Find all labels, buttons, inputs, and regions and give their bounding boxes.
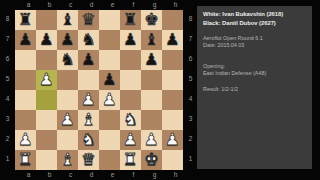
white-pawn-f2: ♟ — [120, 130, 141, 150]
white-pawn-e4: ♟ — [99, 90, 120, 110]
square-f5[interactable] — [120, 70, 141, 90]
square-b4[interactable] — [36, 90, 57, 110]
file-label-b: b — [39, 0, 60, 10]
square-e1[interactable] — [99, 150, 120, 170]
square-b1[interactable] — [36, 150, 57, 170]
black-pawn-c7: ♟ — [57, 30, 78, 50]
white-pawn-a2: ♟ — [15, 130, 36, 150]
rank-labels-left: 87654321 — [1, 10, 14, 170]
rank-label-3: 3 — [1, 110, 14, 130]
black-bishop-c8: ♝ — [57, 10, 78, 30]
square-b8[interactable] — [36, 10, 57, 30]
black-queen-d8: ♛ — [78, 10, 99, 30]
rank-label-7: 7 — [1, 30, 14, 50]
file-label-e: e — [102, 170, 123, 180]
square-g4[interactable] — [141, 90, 162, 110]
square-b2[interactable] — [36, 130, 57, 150]
rank-label-7: 7 — [184, 30, 197, 50]
board: ♜♝♛♜♚♟♟♟♞♟♝♟♞♟♟♟♟♟♟♟♝♞♟♞♟♟♟♜♝♛♜♚ — [15, 10, 183, 170]
square-b5[interactable]: ♟ — [36, 70, 57, 90]
file-labels-top: abcdefgh — [15, 0, 183, 10]
square-e3[interactable] — [99, 110, 120, 130]
square-a6[interactable] — [15, 50, 36, 70]
black-rook-a8: ♜ — [15, 10, 36, 30]
white-pawn-h2: ♟ — [162, 130, 183, 150]
file-label-h: h — [165, 0, 186, 10]
rank-label-3: 3 — [184, 110, 197, 130]
file-label-f: f — [123, 170, 144, 180]
black-player-line: Black: Daniil Dubov (2627) — [203, 19, 308, 28]
square-f2[interactable]: ♟ — [120, 130, 141, 150]
square-a1[interactable]: ♜ — [15, 150, 36, 170]
square-a2[interactable]: ♟ — [15, 130, 36, 150]
rank-label-8: 8 — [1, 10, 14, 30]
square-h5[interactable] — [162, 70, 183, 90]
square-b6[interactable] — [36, 50, 57, 70]
square-d8[interactable]: ♛ — [78, 10, 99, 30]
black-knight-d7: ♞ — [78, 30, 99, 50]
white-pawn-c3: ♟ — [57, 110, 78, 130]
square-e2[interactable] — [99, 130, 120, 150]
square-d5[interactable] — [78, 70, 99, 90]
square-d7[interactable]: ♞ — [78, 30, 99, 50]
date-line: Date: 2015.04.03 — [203, 42, 308, 49]
file-label-d: d — [81, 170, 102, 180]
square-c5[interactable] — [57, 70, 78, 90]
square-c2[interactable] — [57, 130, 78, 150]
file-label-d: d — [81, 0, 102, 10]
white-player-line: White: Ivan Bukavshin (2618) — [203, 10, 308, 19]
game-info-panel: White: Ivan Bukavshin (2618) Black: Dani… — [197, 6, 312, 169]
square-h3[interactable] — [162, 110, 183, 130]
square-a7[interactable]: ♟ — [15, 30, 36, 50]
square-a4[interactable] — [15, 90, 36, 110]
file-label-e: e — [102, 0, 123, 10]
square-h4[interactable] — [162, 90, 183, 110]
square-c1[interactable]: ♝ — [57, 150, 78, 170]
square-h1[interactable] — [162, 150, 183, 170]
rank-label-1: 1 — [184, 150, 197, 170]
rank-label-2: 2 — [1, 130, 14, 150]
square-b7[interactable]: ♟ — [36, 30, 57, 50]
file-label-c: c — [60, 170, 81, 180]
square-d3[interactable]: ♝ — [78, 110, 99, 130]
square-f3[interactable]: ♞ — [120, 110, 141, 130]
square-f8[interactable]: ♜ — [120, 10, 141, 30]
square-d2[interactable]: ♞ — [78, 130, 99, 150]
white-bishop-d3: ♝ — [78, 110, 99, 130]
black-pawn-d6: ♟ — [78, 50, 99, 70]
white-knight-f3: ♞ — [120, 110, 141, 130]
black-pawn-f7: ♟ — [120, 30, 141, 50]
square-d4[interactable]: ♟ — [78, 90, 99, 110]
square-g7[interactable]: ♝ — [141, 30, 162, 50]
file-label-f: f — [123, 0, 144, 10]
white-queen-d1: ♛ — [78, 150, 99, 170]
rank-label-5: 5 — [1, 70, 14, 90]
opening-line: East Indian Defense (A48) — [203, 70, 308, 77]
square-c3[interactable]: ♟ — [57, 110, 78, 130]
square-e8[interactable] — [99, 10, 120, 30]
square-e6[interactable] — [99, 50, 120, 70]
white-rook-a1: ♜ — [15, 150, 36, 170]
square-g1[interactable]: ♚ — [141, 150, 162, 170]
square-h7[interactable]: ♟ — [162, 30, 183, 50]
rank-label-4: 4 — [184, 90, 197, 110]
black-pawn-e5: ♟ — [99, 70, 120, 90]
file-label-g: g — [144, 0, 165, 10]
file-label-b: b — [39, 170, 60, 180]
square-h8[interactable] — [162, 10, 183, 30]
square-f6[interactable] — [120, 50, 141, 70]
square-a8[interactable]: ♜ — [15, 10, 36, 30]
square-a5[interactable] — [15, 70, 36, 90]
square-f7[interactable]: ♟ — [120, 30, 141, 50]
rank-label-6: 6 — [184, 50, 197, 70]
white-pawn-g2: ♟ — [141, 130, 162, 150]
white-pawn-d4: ♟ — [78, 90, 99, 110]
square-f1[interactable]: ♜ — [120, 150, 141, 170]
black-knight-c6: ♞ — [57, 50, 78, 70]
square-e7[interactable] — [99, 30, 120, 50]
square-e4[interactable]: ♟ — [99, 90, 120, 110]
square-g6[interactable]: ♟ — [141, 50, 162, 70]
square-g2[interactable]: ♟ — [141, 130, 162, 150]
square-e5[interactable]: ♟ — [99, 70, 120, 90]
black-pawn-a7: ♟ — [15, 30, 36, 50]
file-labels-bottom: abcdefgh — [15, 170, 183, 180]
square-f4[interactable] — [120, 90, 141, 110]
file-label-a: a — [18, 170, 39, 180]
square-h2[interactable]: ♟ — [162, 130, 183, 150]
result-line: Result: 1/2-1/2 — [203, 86, 308, 93]
opening-label: Opening: — [203, 63, 308, 70]
square-b3[interactable] — [36, 110, 57, 130]
square-c6[interactable]: ♞ — [57, 50, 78, 70]
black-king-g8: ♚ — [141, 10, 162, 30]
rank-label-6: 6 — [1, 50, 14, 70]
rank-label-8: 8 — [184, 10, 197, 30]
file-label-h: h — [165, 170, 186, 180]
black-rook-f8: ♜ — [120, 10, 141, 30]
white-pawn-b5: ♟ — [36, 70, 57, 90]
white-knight-d2: ♞ — [78, 130, 99, 150]
square-g8[interactable]: ♚ — [141, 10, 162, 30]
rank-label-1: 1 — [1, 150, 14, 170]
chess-viewer: abcdefgh abcdefgh 87654321 87654321 ♜♝♛♜… — [0, 0, 320, 180]
rank-label-5: 5 — [184, 70, 197, 90]
file-label-g: g — [144, 170, 165, 180]
rank-labels-right: 87654321 — [184, 10, 197, 170]
square-c8[interactable]: ♝ — [57, 10, 78, 30]
square-c4[interactable] — [57, 90, 78, 110]
file-label-a: a — [18, 0, 39, 10]
white-king-g1: ♚ — [141, 150, 162, 170]
square-g3[interactable] — [141, 110, 162, 130]
black-bishop-g7: ♝ — [141, 30, 162, 50]
file-label-c: c — [60, 0, 81, 10]
square-h6[interactable] — [162, 50, 183, 70]
black-pawn-h7: ♟ — [162, 30, 183, 50]
rank-label-2: 2 — [184, 130, 197, 150]
square-g5[interactable] — [141, 70, 162, 90]
square-d1[interactable]: ♛ — [78, 150, 99, 170]
square-c7[interactable]: ♟ — [57, 30, 78, 50]
white-bishop-c1: ♝ — [57, 150, 78, 170]
square-d6[interactable]: ♟ — [78, 50, 99, 70]
black-pawn-g6: ♟ — [141, 50, 162, 70]
white-rook-f1: ♜ — [120, 150, 141, 170]
event-line: Aeroflot Open Round 6.1 — [203, 35, 308, 42]
square-a3[interactable] — [15, 110, 36, 130]
rank-label-4: 4 — [1, 90, 14, 110]
black-pawn-b7: ♟ — [36, 30, 57, 50]
